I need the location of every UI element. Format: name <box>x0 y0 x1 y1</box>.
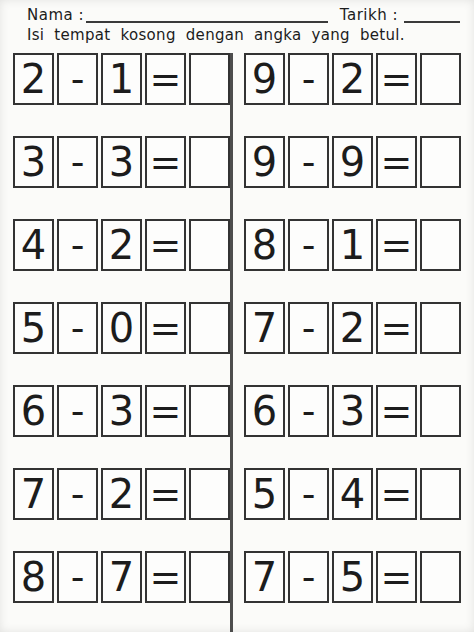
problem-row: 4-2= <box>13 219 230 271</box>
minus-cell: - <box>288 385 329 437</box>
problem-row: 3-3= <box>13 136 230 188</box>
answer-cell[interactable] <box>420 136 461 188</box>
problem-row: 6-3= <box>244 385 461 437</box>
minus-cell: - <box>57 219 98 271</box>
equals-cell: = <box>145 219 186 271</box>
equals-cell: = <box>145 302 186 354</box>
answer-cell[interactable] <box>420 468 461 520</box>
date-underline[interactable] <box>404 7 460 23</box>
subtrahend-cell: 2 <box>101 219 142 271</box>
minuend-cell: 7 <box>244 302 285 354</box>
equals-cell: = <box>145 468 186 520</box>
answer-cell[interactable] <box>420 219 461 271</box>
answer-cell[interactable] <box>189 385 230 437</box>
minus-cell: - <box>57 302 98 354</box>
minuend-cell: 9 <box>244 53 285 105</box>
minuend-cell: 9 <box>244 136 285 188</box>
answer-cell[interactable] <box>189 302 230 354</box>
minus-cell: - <box>288 219 329 271</box>
problem-row: 6-3= <box>13 385 230 437</box>
name-label: Nama : <box>27 6 84 24</box>
equals-cell: = <box>376 551 417 603</box>
subtrahend-cell: 2 <box>332 302 373 354</box>
minus-cell: - <box>288 53 329 105</box>
answer-cell[interactable] <box>189 136 230 188</box>
subtrahend-cell: 0 <box>101 302 142 354</box>
answer-cell[interactable] <box>189 53 230 105</box>
minus-cell: - <box>57 136 98 188</box>
minuend-cell: 4 <box>13 219 54 271</box>
date-label: Tarikh : <box>340 6 398 24</box>
minuend-cell: 5 <box>13 302 54 354</box>
subtrahend-cell: 3 <box>101 136 142 188</box>
problem-row: 5-4= <box>244 468 461 520</box>
minuend-cell: 6 <box>13 385 54 437</box>
problem-row: 5-0= <box>13 302 230 354</box>
subtrahend-cell: 3 <box>101 385 142 437</box>
equals-cell: = <box>376 53 417 105</box>
answer-cell[interactable] <box>420 385 461 437</box>
minus-cell: - <box>288 302 329 354</box>
problem-row: 2-1= <box>13 53 230 105</box>
minuend-cell: 2 <box>13 53 54 105</box>
problem-row: 8-1= <box>244 219 461 271</box>
equals-cell: = <box>145 53 186 105</box>
answer-cell[interactable] <box>420 53 461 105</box>
subtrahend-cell: 7 <box>101 551 142 603</box>
equals-cell: = <box>145 385 186 437</box>
subtrahend-cell: 9 <box>332 136 373 188</box>
equals-cell: = <box>376 219 417 271</box>
equals-cell: = <box>376 468 417 520</box>
answer-cell[interactable] <box>189 468 230 520</box>
minuend-cell: 8 <box>244 219 285 271</box>
name-underline[interactable] <box>86 7 328 23</box>
minus-cell: - <box>57 53 98 105</box>
minus-cell: - <box>57 468 98 520</box>
subtrahend-cell: 4 <box>332 468 373 520</box>
minus-cell: - <box>288 468 329 520</box>
answer-cell[interactable] <box>420 551 461 603</box>
equals-cell: = <box>376 136 417 188</box>
minus-cell: - <box>288 551 329 603</box>
answer-cell[interactable] <box>420 302 461 354</box>
minuend-cell: 8 <box>13 551 54 603</box>
problem-row: 9-9= <box>244 136 461 188</box>
problems-column-right: 9-2=9-9=8-1=7-2=6-3=5-4=7-5= <box>244 53 461 603</box>
column-divider <box>230 53 233 632</box>
equals-cell: = <box>145 551 186 603</box>
problem-row: 9-2= <box>244 53 461 105</box>
header-line: Nama : Tarikh : <box>27 6 460 24</box>
answer-cell[interactable] <box>189 551 230 603</box>
equals-cell: = <box>376 302 417 354</box>
subtrahend-cell: 1 <box>101 53 142 105</box>
minuend-cell: 7 <box>13 468 54 520</box>
subtrahend-cell: 5 <box>332 551 373 603</box>
instruction-text: Isi tempat kosong dengan angka yang betu… <box>27 26 405 44</box>
subtrahend-cell: 2 <box>101 468 142 520</box>
subtrahend-cell: 1 <box>332 219 373 271</box>
minuend-cell: 7 <box>244 551 285 603</box>
equals-cell: = <box>376 385 417 437</box>
problems-column-left: 2-1=3-3=4-2=5-0=6-3=7-2=8-7= <box>13 53 230 603</box>
minuend-cell: 3 <box>13 136 54 188</box>
minuend-cell: 6 <box>244 385 285 437</box>
worksheet-page: Nama : Tarikh : Isi tempat kosong dengan… <box>0 0 474 632</box>
subtrahend-cell: 2 <box>332 53 373 105</box>
equals-cell: = <box>145 136 186 188</box>
minus-cell: - <box>57 385 98 437</box>
problem-row: 7-2= <box>244 302 461 354</box>
answer-cell[interactable] <box>189 219 230 271</box>
problem-row: 7-5= <box>244 551 461 603</box>
minuend-cell: 5 <box>244 468 285 520</box>
minus-cell: - <box>57 551 98 603</box>
problem-row: 7-2= <box>13 468 230 520</box>
problem-row: 8-7= <box>13 551 230 603</box>
subtrahend-cell: 3 <box>332 385 373 437</box>
minus-cell: - <box>288 136 329 188</box>
